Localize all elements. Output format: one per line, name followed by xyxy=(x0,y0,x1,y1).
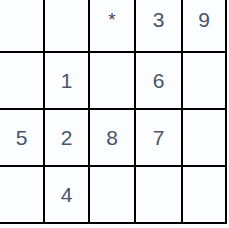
grid-cell-r1c2[interactable] xyxy=(45,0,90,53)
grid-cell-r4c3[interactable] xyxy=(90,167,136,224)
grid-cell-r1c1[interactable] xyxy=(0,0,45,53)
grid-cell-r4c4[interactable] xyxy=(136,167,183,224)
grid-cell-r4c1[interactable] xyxy=(0,167,45,224)
cell-digit: 9 xyxy=(198,8,210,32)
grid-cell-r1c4[interactable]: 3 xyxy=(136,0,183,53)
grid-cell-r2c4[interactable]: 6 xyxy=(136,53,183,110)
grid-cell-r3c4[interactable]: 7 xyxy=(136,110,183,167)
cell-digit: 1 xyxy=(61,69,73,93)
grid-cell-r2c3[interactable] xyxy=(90,53,136,110)
puzzle-grid: *391652874 xyxy=(0,0,229,224)
grid-cell-r4c5[interactable] xyxy=(183,167,227,224)
grid-cell-r2c2[interactable]: 1 xyxy=(45,53,90,110)
cell-digit: 3 xyxy=(153,8,165,32)
grid-cell-r1c5[interactable]: 9 xyxy=(183,0,227,53)
cell-digit: 4 xyxy=(61,183,73,207)
grid-cell-r2c5[interactable] xyxy=(183,53,227,110)
grid-cell-r1c3[interactable]: * xyxy=(90,0,136,53)
star-marker: * xyxy=(108,8,115,32)
cell-digit: 7 xyxy=(153,126,165,150)
grid-cell-r3c2[interactable]: 2 xyxy=(45,110,90,167)
grid-cell-r3c1[interactable]: 5 xyxy=(0,110,45,167)
grid-cell-r2c1[interactable] xyxy=(0,53,45,110)
grid-cell-r3c5[interactable] xyxy=(183,110,227,167)
cell-digit: 6 xyxy=(153,69,165,93)
grid-cell-r3c3[interactable]: 8 xyxy=(90,110,136,167)
cell-digit: 5 xyxy=(16,126,28,150)
cell-digit: 8 xyxy=(106,126,118,150)
cell-digit: 2 xyxy=(61,126,73,150)
grid-cell-r4c2[interactable]: 4 xyxy=(45,167,90,224)
